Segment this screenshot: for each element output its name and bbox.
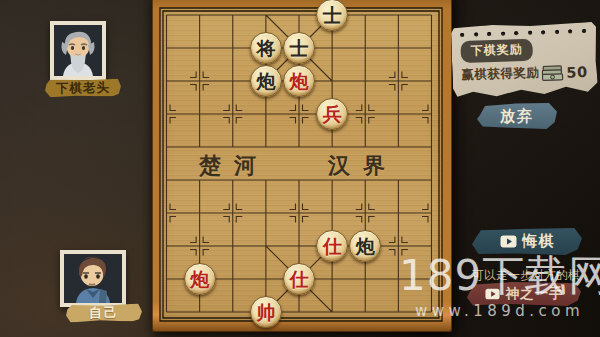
divine-move-hint: 可以走一步对方的棋: [466, 267, 586, 284]
self-avatar: [64, 254, 122, 303]
game-screen: 楚河 汉界 士将士炮炮兵仕炮炮仕帅 下棋老头: [0, 0, 600, 337]
piece-layer: 士将士炮炮兵仕炮炮仕帅: [150, 0, 448, 329]
opponent-avatar: [54, 25, 102, 76]
xiangqi-board[interactable]: 楚河 汉界 士将士炮炮兵仕炮炮仕帅: [152, 0, 452, 332]
video-play-icon: [500, 235, 517, 248]
piece-red-帅[interactable]: 帅: [250, 296, 282, 328]
give-up-label: 放弃: [500, 107, 534, 126]
undo-label: 悔棋: [523, 232, 555, 251]
opponent-card: [50, 21, 106, 80]
opponent-name: 下棋老头: [56, 79, 110, 97]
self-card: [60, 250, 126, 307]
piece-black-士[interactable]: 士: [316, 0, 348, 31]
self-name: 自己: [89, 304, 119, 323]
piece-black-炮[interactable]: 炮: [349, 230, 381, 262]
reward-amount: 50: [566, 64, 588, 81]
divine-move-button[interactable]: 神之一手: [467, 282, 581, 306]
undo-button[interactable]: 悔棋: [472, 228, 582, 255]
piece-red-仕[interactable]: 仕: [316, 230, 348, 262]
video-play-icon: [485, 288, 500, 300]
opponent-name-banner: 下棋老头: [45, 78, 121, 97]
piece-red-仕[interactable]: 仕: [283, 263, 315, 295]
divine-move-label: 神之一手: [506, 285, 564, 303]
money-stack-icon: [541, 64, 564, 81]
young-man-portrait-icon: [64, 254, 122, 303]
reward-desc: 赢棋获得奖励: [461, 65, 539, 84]
note-perforation: [460, 29, 596, 37]
reward-title-badge: 下棋奖励: [460, 39, 533, 63]
give-up-button[interactable]: 放弃: [477, 103, 557, 129]
piece-red-兵[interactable]: 兵: [316, 98, 348, 130]
piece-black-将[interactable]: 将: [250, 32, 282, 64]
piece-black-士[interactable]: 士: [283, 32, 315, 64]
reward-note: 下棋奖励 赢棋获得奖励 50: [451, 22, 598, 99]
piece-black-炮[interactable]: 炮: [250, 65, 282, 97]
old-man-portrait-icon: [54, 25, 102, 76]
piece-red-炮[interactable]: 炮: [283, 65, 315, 97]
self-name-banner: 自己: [66, 303, 142, 322]
piece-red-炮[interactable]: 炮: [184, 263, 216, 295]
